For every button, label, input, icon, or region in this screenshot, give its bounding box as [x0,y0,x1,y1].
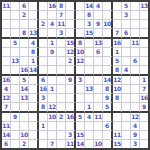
cell-r13c11[interactable]: 11 [94,113,103,122]
cell-r12c14[interactable] [122,103,131,113]
cell-r10c4[interactable] [29,85,39,94]
cell-r4c12[interactable] [103,29,113,39]
cell-r5c15[interactable]: 11 [131,39,140,48]
cell-r12c12[interactable]: 5 [103,103,113,113]
cell-r4c16[interactable] [140,29,148,39]
cell-r8c4[interactable]: 14 [29,66,39,76]
cell-r12c1[interactable]: 7 [2,103,11,113]
cell-r4c9[interactable] [76,29,85,39]
cell-r3c15[interactable] [131,20,140,29]
cell-r2c5[interactable] [39,11,48,20]
cell-r14c9[interactable] [76,122,85,131]
cell-r4c1[interactable] [2,29,11,39]
cell-r2c4[interactable] [29,11,39,20]
cell-r9c3[interactable]: 5 [20,76,29,85]
cell-r15c10[interactable] [85,131,94,140]
cell-r14c7[interactable] [57,122,66,131]
cell-r12c15[interactable] [131,103,140,113]
cell-r1c11[interactable]: 4 [94,2,103,11]
cell-r11c11[interactable] [94,94,103,103]
cell-r5c4[interactable]: 4 [29,39,39,48]
cell-r3c12[interactable]: 10 [103,20,113,29]
cell-r12c8[interactable] [66,103,76,113]
cell-r14c12[interactable]: 6 [103,122,113,131]
cell-r8c2[interactable] [11,66,20,76]
cell-r13c15[interactable]: 12 [131,113,140,122]
cell-r1c5[interactable] [39,2,48,11]
cell-r3c4[interactable] [29,20,39,29]
cell-r1c9[interactable] [76,2,85,11]
cell-r6c6[interactable]: 9 [48,48,57,57]
cell-r1c7[interactable]: 8 [57,2,66,11]
cell-r14c6[interactable] [48,122,57,131]
cell-r4c6[interactable] [48,29,57,39]
cell-r15c16[interactable] [140,131,148,140]
cell-r1c10[interactable]: 14 [85,2,94,11]
cell-r16c10[interactable] [85,140,94,148]
cell-r11c16[interactable]: 16 [140,94,148,103]
cell-r1c1[interactable]: 11 [2,2,11,11]
cell-r15c7[interactable] [57,131,66,140]
cell-r15c15[interactable]: 9 [131,131,140,140]
cell-r14c8[interactable] [66,122,76,131]
cell-r9c12[interactable]: 14 [103,76,113,85]
cell-r6c12[interactable] [103,48,113,57]
cell-r4c3[interactable]: 8 [20,29,29,39]
cell-r9c5[interactable]: 6 [39,76,48,85]
cell-r16c3[interactable]: 2 [20,140,29,148]
cell-r15c5[interactable] [39,131,48,140]
cell-r12c16[interactable]: 9 [140,103,148,113]
cell-r11c1[interactable]: 12 [2,94,11,103]
cell-r10c14[interactable] [122,85,131,94]
cell-r7c11[interactable] [94,57,103,66]
cell-r12c2[interactable] [11,103,20,113]
cell-r15c4[interactable] [29,131,39,140]
cell-r15c3[interactable]: 10 [20,131,29,140]
cell-r14c2[interactable] [11,122,20,131]
cell-r14c4[interactable] [29,122,39,131]
cell-r3c14[interactable] [122,20,131,29]
cell-r8c15[interactable] [131,66,140,76]
cell-r9c10[interactable] [85,76,94,85]
cell-r9c15[interactable] [131,76,140,85]
cell-r7c13[interactable]: 5 [113,57,122,66]
cell-r1c4[interactable] [29,2,39,11]
cell-r1c12[interactable] [103,2,113,11]
cell-r13c1[interactable] [2,113,11,122]
cell-r10c15[interactable] [131,85,140,94]
cell-r13c10[interactable]: 4 [85,113,94,122]
cell-r7c4[interactable]: 1 [29,57,39,66]
cell-r11c15[interactable] [131,94,140,103]
cell-r4c15[interactable] [131,29,140,39]
cell-r12c4[interactable] [29,103,39,113]
cell-r16c13[interactable]: 15 [113,140,122,148]
cell-r3c10[interactable]: 3 [85,20,94,29]
cell-r11c3[interactable]: 13 [20,94,29,103]
cell-r8c6[interactable] [48,66,57,76]
cell-r6c11[interactable]: 6 [94,48,103,57]
cell-r13c16[interactable] [140,113,148,122]
cell-r7c15[interactable]: 6 [131,57,140,66]
cell-r11c4[interactable] [29,94,39,103]
cell-r1c15[interactable] [131,2,140,11]
cell-r9c2[interactable] [11,76,20,85]
cell-r6c7[interactable] [57,48,66,57]
cell-r11c7[interactable] [57,94,66,103]
cell-r16c9[interactable]: 14 [76,140,85,148]
cell-r5c1[interactable] [2,39,11,48]
cell-r7c9[interactable]: 12 [76,57,85,66]
cell-r10c5[interactable]: 16 [39,85,48,94]
cell-r9c16[interactable]: 1 [140,76,148,85]
cell-r12c9[interactable] [76,103,85,113]
cell-r16c1[interactable]: 6 [2,140,11,148]
cell-r8c10[interactable] [85,66,94,76]
cell-r6c8[interactable]: 12 [66,48,76,57]
cell-r12c6[interactable]: 12 [48,103,57,113]
cell-r4c4[interactable]: 13 [29,29,39,39]
cell-r11c6[interactable] [48,94,57,103]
cell-r16c6[interactable]: 7 [48,140,57,148]
cell-r15c6[interactable] [48,131,57,140]
cell-r7c16[interactable] [140,57,148,66]
cell-r13c9[interactable]: 5 [76,113,85,122]
cell-r9c14[interactable] [122,76,131,85]
cell-r15c13[interactable]: 11 [113,131,122,140]
cell-r11c10[interactable] [85,94,94,103]
cell-r4c8[interactable] [66,29,76,39]
cell-r6c1[interactable] [2,48,11,57]
cell-r15c14[interactable] [122,131,131,140]
cell-r2c11[interactable] [94,11,103,20]
cell-r2c12[interactable] [103,11,113,20]
cell-r16c5[interactable] [39,140,48,148]
cell-r7c2[interactable]: 13 [11,57,20,66]
cell-r7c10[interactable] [85,57,94,66]
cell-r2c9[interactable] [76,11,85,20]
cell-r10c3[interactable]: 14 [20,85,29,94]
cell-r13c4[interactable] [29,113,39,122]
cell-r5c7[interactable] [57,39,66,48]
cell-r2c7[interactable]: 7 [57,11,66,20]
cell-r13c13[interactable] [113,113,122,122]
cell-r7c7[interactable] [57,57,66,66]
cell-r16c14[interactable] [122,140,131,148]
cell-r8c1[interactable] [2,66,11,76]
cell-r9c6[interactable] [48,76,57,85]
cell-r8c5[interactable] [39,66,48,76]
cell-r6c14[interactable] [122,48,131,57]
cell-r16c15[interactable]: 3 [131,140,140,148]
cell-r9c4[interactable] [29,76,39,85]
cell-r14c14[interactable] [122,122,131,131]
cell-r7c6[interactable] [48,57,57,66]
cell-r14c13[interactable] [113,122,122,131]
cell-r13c7[interactable]: 2 [57,113,66,122]
cell-r3c16[interactable] [140,20,148,29]
cell-r16c4[interactable] [29,140,39,148]
cell-r12c5[interactable]: 8 [39,103,48,113]
cell-r6c15[interactable] [131,48,140,57]
cell-r10c11[interactable] [94,85,103,94]
cell-r8c14[interactable]: 4 [122,66,131,76]
cell-r7c5[interactable] [39,57,48,66]
cell-r2c8[interactable] [66,11,76,20]
cell-r4c14[interactable]: 6 [122,29,131,39]
cell-r7c1[interactable] [2,57,11,66]
cell-r15c8[interactable]: 3 [66,131,76,140]
cell-r13c6[interactable]: 10 [48,113,57,122]
cell-r10c8[interactable] [66,85,76,94]
cell-r8c11[interactable] [94,66,103,76]
cell-r14c1[interactable]: 11 [2,122,11,131]
cell-r3c13[interactable] [113,20,122,29]
cell-r10c12[interactable]: 8 [103,85,113,94]
cell-r11c9[interactable] [76,94,85,103]
cell-r6c3[interactable] [20,48,29,57]
cell-r16c8[interactable]: 11 [66,140,76,148]
cell-r13c14[interactable] [122,113,131,122]
cell-r15c9[interactable]: 15 [76,131,85,140]
cell-r1c13[interactable] [113,2,122,11]
cell-r7c12[interactable] [103,57,113,66]
cell-r16c7[interactable] [57,140,66,148]
cell-r11c13[interactable]: 8 [113,94,122,103]
cell-r9c7[interactable] [57,76,66,85]
cell-r4c10[interactable]: 15 [85,29,94,39]
cell-r9c8[interactable]: 9 [66,76,76,85]
cell-r12c13[interactable] [113,103,122,113]
cell-r14c5[interactable]: 1 [39,122,48,131]
cell-r10c13[interactable]: 10 [113,85,122,94]
cell-r8c7[interactable] [57,66,66,76]
cell-r3c2[interactable] [11,20,20,29]
cell-r5c16[interactable] [140,39,148,48]
cell-r13c12[interactable] [103,113,113,122]
cell-r4c11[interactable] [94,29,103,39]
cell-r12c10[interactable]: 1 [85,103,94,113]
cell-r8c8[interactable] [66,66,76,76]
cell-r5c5[interactable] [39,39,48,48]
cell-r6c5[interactable] [39,48,48,57]
cell-r14c11[interactable] [94,122,103,131]
cell-r1c8[interactable] [66,2,76,11]
cell-r2c16[interactable] [140,11,148,20]
cell-r5c14[interactable] [122,39,131,48]
cell-r5c3[interactable] [20,39,29,48]
cell-r10c9[interactable] [76,85,85,94]
cell-r7c3[interactable] [20,57,29,66]
cell-r6c10[interactable] [85,48,94,57]
cell-r3c11[interactable]: 9 [94,20,103,29]
cell-r4c5[interactable] [39,29,48,39]
cell-r16c11[interactable]: 10 [94,140,103,148]
cell-r1c3[interactable]: 6 [20,2,29,11]
cell-r10c16[interactable]: 7 [140,85,148,94]
cell-r4c13[interactable]: 7 [113,29,122,39]
cell-r2c3[interactable]: 2 [20,11,29,20]
cell-r6c4[interactable]: 8 [29,48,39,57]
cell-r2c2[interactable] [11,11,20,20]
cell-r8c9[interactable] [76,66,85,76]
cell-r12c3[interactable] [20,103,29,113]
cell-r5c6[interactable]: 1 [48,39,57,48]
cell-r12c11[interactable] [94,103,103,113]
cell-r3c8[interactable] [66,20,76,29]
cell-r3c5[interactable]: 2 [39,20,48,29]
cell-r14c3[interactable] [20,122,29,131]
cell-r7c14[interactable] [122,57,131,66]
cell-r10c1[interactable]: 4 [2,85,11,94]
cell-r5c8[interactable]: 15 [66,39,76,48]
cell-r6c13[interactable]: 1 [113,48,122,57]
cell-r11c8[interactable] [66,94,76,103]
cell-r8c13[interactable]: 8 [113,66,122,76]
cell-r9c11[interactable] [94,76,103,85]
cell-r14c16[interactable] [140,122,148,131]
cell-r11c5[interactable]: 3 [39,94,48,103]
cell-r2c10[interactable]: 8 [85,11,94,20]
cell-r1c14[interactable]: 5 [122,2,131,11]
cell-r5c10[interactable] [85,39,94,48]
cell-r14c15[interactable]: 4 [131,122,140,131]
cell-r8c3[interactable]: 16 [20,66,29,76]
cell-r4c7[interactable]: 3 [57,29,66,39]
cell-r9c9[interactable]: 3 [76,76,85,85]
cell-r16c2[interactable] [11,140,20,148]
cell-r5c12[interactable] [103,39,113,48]
cell-r11c2[interactable] [11,94,20,103]
cell-r13c8[interactable]: 16 [66,113,76,122]
cell-r9c13[interactable]: 12 [113,76,122,85]
cell-r8c12[interactable] [103,66,113,76]
cell-r16c16[interactable] [140,140,148,148]
cell-r9c1[interactable]: 16 [2,76,11,85]
cell-r3c1[interactable] [2,20,11,29]
sudoku-board: 1161681445132783241139108133157654115813… [0,0,150,150]
cell-r10c7[interactable] [57,85,66,94]
cell-r1c2[interactable] [11,2,20,11]
cell-r3c3[interactable] [20,20,29,29]
cell-r13c2[interactable]: 9 [11,113,20,122]
cell-r5c2[interactable]: 5 [11,39,20,48]
cell-r15c2[interactable] [11,131,20,140]
cell-r15c1[interactable]: 14 [2,131,11,140]
cell-r15c11[interactable] [94,131,103,140]
cell-r6c2[interactable] [11,48,20,57]
cell-r5c9[interactable]: 8 [76,39,85,48]
cell-r3c6[interactable]: 4 [48,20,57,29]
cell-r10c6[interactable]: 1 [48,85,57,94]
cell-r2c6[interactable] [48,11,57,20]
cell-r5c13[interactable]: 16 [113,39,122,48]
cell-r2c1[interactable] [2,11,11,20]
cell-r14c10[interactable] [85,122,94,131]
cell-r2c15[interactable] [131,11,140,20]
cell-r5c11[interactable]: 13 [94,39,103,48]
cell-r11c14[interactable] [122,94,131,103]
cell-r2c14[interactable]: 3 [122,11,131,20]
cell-r10c10[interactable]: 13 [85,85,94,94]
cell-r11c12[interactable]: 9 [103,94,113,103]
cell-r15c12[interactable] [103,131,113,140]
cell-r6c9[interactable]: 10 [76,48,85,57]
cell-r7c8[interactable]: 2 [66,57,76,66]
cell-r3c7[interactable]: 11 [57,20,66,29]
cell-r13c3[interactable] [20,113,29,122]
cell-r10c2[interactable] [11,85,20,94]
cell-r12c7[interactable] [57,103,66,113]
cell-r6c16[interactable] [140,48,148,57]
cell-r16c12[interactable] [103,140,113,148]
cell-r1c6[interactable]: 16 [48,2,57,11]
cell-r3c9[interactable] [76,20,85,29]
cell-r4c2[interactable] [11,29,20,39]
cell-r2c13[interactable] [113,11,122,20]
cell-r8c16[interactable] [140,66,148,76]
cell-r1c16[interactable]: 13 [140,2,148,11]
cell-r13c5[interactable] [39,113,48,122]
